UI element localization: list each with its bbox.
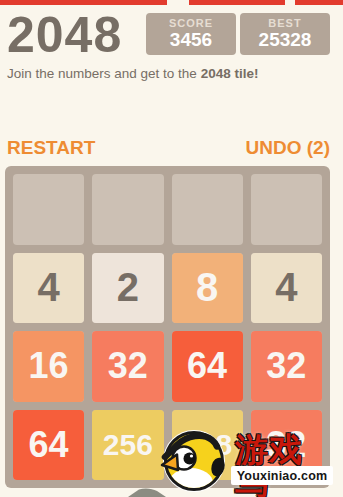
tile-8: 8 [172, 253, 243, 324]
board-cell: 32 [92, 331, 163, 402]
controls-row: RESTART UNDO (2) [7, 137, 330, 159]
subtitle-text: Join the numbers and get to the [7, 66, 201, 81]
top-red-strip-segment [189, 0, 285, 5]
subtitle-goal: 2048 tile! [201, 66, 259, 81]
board-cell: 256 [92, 410, 163, 481]
best-value: 25328 [259, 29, 312, 51]
board-cell: 32 [251, 331, 322, 402]
watermark-site-name: 游戏鸟 [235, 433, 335, 497]
board-cell: 8 [172, 253, 243, 324]
tile-16: 16 [13, 331, 84, 402]
board-cell [172, 174, 243, 245]
score-value: 3456 [170, 29, 212, 51]
undo-button[interactable]: UNDO (2) [246, 137, 330, 159]
board-cell [92, 174, 163, 245]
watermark-site-url: Youxiniao.com [237, 469, 328, 483]
tile-4: 4 [13, 253, 84, 324]
tile-32: 32 [251, 331, 322, 402]
tile-256: 256 [92, 410, 163, 481]
watermark-pencil-fragment [128, 488, 168, 497]
top-red-strip-segment [295, 0, 343, 5]
best-label: BEST [268, 17, 301, 30]
board-cell: 2 [92, 253, 163, 324]
tile-64: 64 [13, 410, 84, 481]
board-cell: 4 [251, 253, 322, 324]
board-cell: 64 [13, 410, 84, 481]
tile-2: 2 [92, 253, 163, 324]
top-red-strip-segment [0, 0, 167, 5]
watermark-url-strip: Youxiniao.com [231, 466, 333, 485]
board-cell: 64 [172, 331, 243, 402]
app-screen: 2048 SCORE 3456 BEST 25328 Join the numb… [0, 0, 343, 497]
tile-32: 32 [92, 331, 163, 402]
page-title: 2048 [7, 6, 122, 64]
subtitle: Join the numbers and get to the 2048 til… [7, 66, 258, 81]
tile-64: 64 [172, 331, 243, 402]
board-cell: 16 [13, 331, 84, 402]
watermark-bird-logo [160, 427, 229, 496]
restart-button[interactable]: RESTART [7, 137, 95, 159]
tile-4: 4 [251, 253, 322, 324]
score-box: SCORE 3456 [146, 13, 236, 55]
best-box: BEST 25328 [240, 13, 330, 55]
board-cell: 4 [13, 253, 84, 324]
board-cell [251, 174, 322, 245]
score-label: SCORE [169, 17, 213, 30]
board-cell [13, 174, 84, 245]
